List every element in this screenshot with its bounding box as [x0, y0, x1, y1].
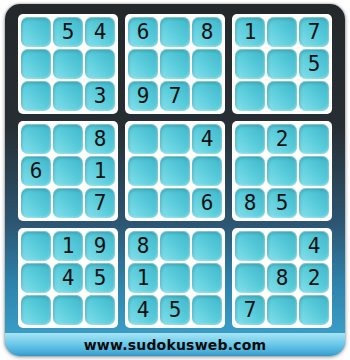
- cell-r9c1[interactable]: [21, 295, 51, 325]
- box-3: 175: [232, 14, 332, 114]
- cell-r6c8[interactable]: 5: [267, 188, 297, 218]
- cell-r7c9[interactable]: 4: [299, 231, 329, 261]
- sudoku-widget: 5436897175861746285194581454827 www.sudo…: [0, 0, 350, 360]
- cell-r7c5[interactable]: [160, 231, 190, 261]
- box-8: 8145: [125, 228, 225, 328]
- cell-r8c9[interactable]: 2: [299, 263, 329, 293]
- cell-r9c3[interactable]: [85, 295, 115, 325]
- cell-r3c9[interactable]: [299, 81, 329, 111]
- box-1: 543: [18, 14, 118, 114]
- box-4: 8617: [18, 121, 118, 221]
- cell-r8c5[interactable]: [160, 263, 190, 293]
- cell-r3c1[interactable]: [21, 81, 51, 111]
- cell-r2c9[interactable]: 5: [299, 49, 329, 79]
- cell-r8c1[interactable]: [21, 263, 51, 293]
- cell-r7c1[interactable]: [21, 231, 51, 261]
- cell-r8c2[interactable]: 4: [53, 263, 83, 293]
- cell-r4c8[interactable]: 2: [267, 124, 297, 154]
- site-url: www.sudokusweb.com: [84, 337, 267, 353]
- cell-r1c4[interactable]: 6: [128, 17, 158, 47]
- cell-r3c8[interactable]: [267, 81, 297, 111]
- cell-r6c2[interactable]: [53, 188, 83, 218]
- cell-r8c8[interactable]: 8: [267, 263, 297, 293]
- cell-r6c5[interactable]: [160, 188, 190, 218]
- cell-r2c1[interactable]: [21, 49, 51, 79]
- cell-r6c3[interactable]: 7: [85, 188, 115, 218]
- cell-r1c1[interactable]: [21, 17, 51, 47]
- box-9: 4827: [232, 228, 332, 328]
- cell-r7c8[interactable]: [267, 231, 297, 261]
- box-2: 6897: [125, 14, 225, 114]
- box-7: 1945: [18, 228, 118, 328]
- cell-r9c5[interactable]: 5: [160, 295, 190, 325]
- cell-r4c3[interactable]: 8: [85, 124, 115, 154]
- cell-r6c6[interactable]: 6: [192, 188, 222, 218]
- cell-r1c7[interactable]: 1: [235, 17, 265, 47]
- cell-r3c7[interactable]: [235, 81, 265, 111]
- cell-r5c2[interactable]: [53, 156, 83, 186]
- cell-r1c3[interactable]: 4: [85, 17, 115, 47]
- cell-r4c4[interactable]: [128, 124, 158, 154]
- cell-r9c7[interactable]: 7: [235, 295, 265, 325]
- cell-r4c2[interactable]: [53, 124, 83, 154]
- cell-r6c7[interactable]: 8: [235, 188, 265, 218]
- cell-r3c2[interactable]: [53, 81, 83, 111]
- cell-r9c4[interactable]: 4: [128, 295, 158, 325]
- cell-r7c7[interactable]: [235, 231, 265, 261]
- cell-r2c4[interactable]: [128, 49, 158, 79]
- cell-r3c6[interactable]: [192, 81, 222, 111]
- cell-r2c3[interactable]: [85, 49, 115, 79]
- cell-r5c7[interactable]: [235, 156, 265, 186]
- cell-r1c6[interactable]: 8: [192, 17, 222, 47]
- cell-r1c8[interactable]: [267, 17, 297, 47]
- cell-r7c3[interactable]: 9: [85, 231, 115, 261]
- cell-r4c5[interactable]: [160, 124, 190, 154]
- cell-r8c3[interactable]: 5: [85, 263, 115, 293]
- cell-r5c4[interactable]: [128, 156, 158, 186]
- cell-r6c1[interactable]: [21, 188, 51, 218]
- cell-r5c8[interactable]: [267, 156, 297, 186]
- cell-r8c7[interactable]: [235, 263, 265, 293]
- cell-r6c9[interactable]: [299, 188, 329, 218]
- cell-r9c2[interactable]: [53, 295, 83, 325]
- cell-r5c6[interactable]: [192, 156, 222, 186]
- cell-r7c2[interactable]: 1: [53, 231, 83, 261]
- footer-bar: www.sudokusweb.com: [5, 333, 345, 356]
- cell-r4c6[interactable]: 4: [192, 124, 222, 154]
- cell-r3c5[interactable]: 7: [160, 81, 190, 111]
- cell-r5c1[interactable]: 6: [21, 156, 51, 186]
- box-6: 285: [232, 121, 332, 221]
- cell-r1c2[interactable]: 5: [53, 17, 83, 47]
- cell-r4c1[interactable]: [21, 124, 51, 154]
- cell-r9c9[interactable]: [299, 295, 329, 325]
- cell-r4c7[interactable]: [235, 124, 265, 154]
- cell-r2c7[interactable]: [235, 49, 265, 79]
- cell-r1c9[interactable]: 7: [299, 17, 329, 47]
- cell-r2c2[interactable]: [53, 49, 83, 79]
- box-5: 46: [125, 121, 225, 221]
- cell-r2c8[interactable]: [267, 49, 297, 79]
- cell-r7c6[interactable]: [192, 231, 222, 261]
- sudoku-board: 5436897175861746285194581454827: [18, 14, 332, 328]
- cell-r5c5[interactable]: [160, 156, 190, 186]
- board-frame: 5436897175861746285194581454827 www.sudo…: [5, 4, 345, 356]
- cell-r7c4[interactable]: 8: [128, 231, 158, 261]
- cell-r9c6[interactable]: [192, 295, 222, 325]
- cell-r3c4[interactable]: 9: [128, 81, 158, 111]
- cell-r5c9[interactable]: [299, 156, 329, 186]
- cell-r8c6[interactable]: [192, 263, 222, 293]
- cell-r2c5[interactable]: [160, 49, 190, 79]
- cell-r5c3[interactable]: 1: [85, 156, 115, 186]
- cell-r4c9[interactable]: [299, 124, 329, 154]
- cell-r2c6[interactable]: [192, 49, 222, 79]
- cell-r1c5[interactable]: [160, 17, 190, 47]
- cell-r8c4[interactable]: 1: [128, 263, 158, 293]
- cell-r6c4[interactable]: [128, 188, 158, 218]
- cell-r9c8[interactable]: [267, 295, 297, 325]
- cell-r3c3[interactable]: 3: [85, 81, 115, 111]
